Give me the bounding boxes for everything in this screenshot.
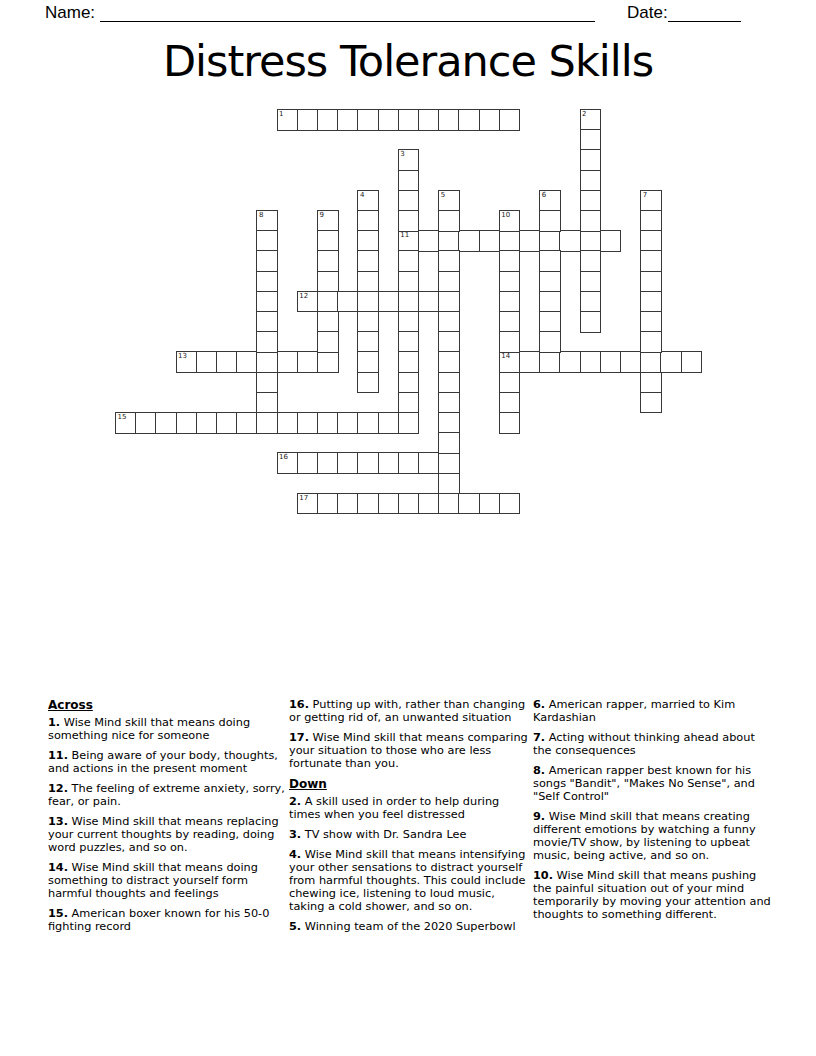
clue-10-down: 10. Wise Mind skill that means pushing t… (533, 869, 773, 921)
grid-cell-r0c13[interactable] (378, 109, 400, 131)
grid-cell-r15c4[interactable] (196, 412, 218, 434)
grid-cell-r9c10[interactable] (317, 291, 339, 313)
grid-cell-r4c21[interactable]: 6 (539, 190, 561, 212)
grid-cell-r17c12[interactable] (357, 452, 379, 474)
grid-cell-r1c23[interactable] (580, 129, 602, 151)
clue-number: 17. (289, 731, 309, 744)
grid-cell-r9c12[interactable] (357, 291, 379, 313)
cell-number-10: 10 (501, 211, 510, 219)
grid-cell-r10c7[interactable] (256, 311, 278, 333)
cell-number-14: 14 (501, 352, 510, 360)
grid-cell-r6c18[interactable] (479, 230, 501, 252)
grid-cell-r6c26[interactable] (640, 230, 662, 252)
clue-12-across: 12. The feeling of extreme anxiety, sorr… (48, 782, 288, 808)
grid-cell-r12c10[interactable] (317, 351, 339, 373)
grid-cell-r15c11[interactable] (337, 412, 359, 434)
clue-8-down: 8. American rapper best known for his so… (533, 764, 773, 803)
clue-number: 5. (289, 920, 301, 933)
grid-cell-r8c26[interactable] (640, 271, 662, 293)
clue-4-down: 4. Wise Mind skill that means intensifyi… (289, 848, 529, 913)
grid-cell-r0c16[interactable] (438, 109, 460, 131)
grid-cell-r17c10[interactable] (317, 452, 339, 474)
grid-cell-r7c12[interactable] (357, 250, 379, 272)
grid-cell-r4c26[interactable]: 7 (640, 190, 662, 212)
clue-number: 2. (289, 795, 301, 808)
grid-cell-r9c16[interactable] (438, 291, 460, 313)
cell-number-16: 16 (279, 453, 288, 461)
clue-3-down: 3. TV show with Dr. Sandra Lee (289, 828, 529, 841)
grid-cell-r9c13[interactable] (378, 291, 400, 313)
grid-cell-r11c7[interactable] (256, 331, 278, 353)
grid-cell-r0c17[interactable] (458, 109, 480, 131)
grid-cell-r11c16[interactable] (438, 331, 460, 353)
grid-cell-r7c14[interactable] (398, 250, 420, 272)
grid-cell-r0c11[interactable] (337, 109, 359, 131)
clue-number: 13. (48, 815, 68, 828)
clue-number: 15. (48, 907, 68, 920)
grid-cell-r10c16[interactable] (438, 311, 460, 333)
clue-number: 11. (48, 749, 68, 762)
grid-cell-r15c14[interactable] (398, 412, 420, 434)
clue-number: 16. (289, 698, 309, 711)
worksheet-page: Name: Date: Distress Tolerance Skills 11… (0, 0, 816, 1056)
grid-cell-r9c14[interactable] (398, 291, 420, 313)
grid-cell-r12c4[interactable] (196, 351, 218, 373)
cell-number-12: 12 (299, 292, 308, 300)
grid-cell-r15c5[interactable] (216, 412, 238, 434)
name-blank-line[interactable] (100, 2, 595, 22)
grid-cell-r9c26[interactable] (640, 291, 662, 313)
clue-15-across: 15. American boxer known for his 50-0 fi… (48, 907, 288, 933)
grid-cell-r19c14[interactable] (398, 493, 420, 515)
clue-number: 10. (533, 869, 553, 882)
grid-cell-r12c21[interactable] (539, 351, 561, 373)
grid-cell-r15c7[interactable] (256, 412, 278, 434)
grid-cell-r13c19[interactable] (499, 372, 521, 394)
grid-cell-r2c23[interactable] (580, 149, 602, 171)
grid-cell-r12c3[interactable]: 13 (176, 351, 198, 373)
grid-cell-r6c23[interactable] (580, 230, 602, 252)
grid-cell-r10c19[interactable] (499, 311, 521, 333)
grid-cell-r9c7[interactable] (256, 291, 278, 313)
grid-cell-r8c19[interactable] (499, 271, 521, 293)
grid-cell-r7c26[interactable] (640, 250, 662, 272)
clue-column: 16. Putting up with, rather than changin… (289, 698, 529, 940)
grid-cell-r7c7[interactable] (256, 250, 278, 272)
grid-cell-r12c9[interactable] (297, 351, 319, 373)
grid-cell-r13c7[interactable] (256, 372, 278, 394)
grid-cell-r10c26[interactable] (640, 311, 662, 333)
cell-number-1: 1 (279, 110, 283, 118)
grid-cell-r14c7[interactable] (256, 392, 278, 414)
grid-cell-r12c12[interactable] (357, 351, 379, 373)
cell-number-5: 5 (441, 191, 445, 199)
grid-cell-r8c16[interactable] (438, 271, 460, 293)
grid-cell-r12c5[interactable] (216, 351, 238, 373)
clue-16-across: 16. Putting up with, rather than changin… (289, 698, 529, 724)
grid-cell-r11c19[interactable] (499, 331, 521, 353)
grid-cell-r4c23[interactable] (580, 190, 602, 212)
clue-11-across: 11. Being aware of your body, thoughts, … (48, 749, 288, 775)
grid-cell-r11c21[interactable] (539, 331, 561, 353)
grid-cell-r19c19[interactable] (499, 493, 521, 515)
grid-cell-r11c10[interactable] (317, 331, 339, 353)
cell-number-13: 13 (178, 352, 187, 360)
grid-cell-r12c27[interactable] (660, 351, 682, 373)
grid-cell-r13c26[interactable] (640, 372, 662, 394)
grid-cell-r5c14[interactable] (398, 210, 420, 232)
grid-cell-r17c8[interactable]: 16 (277, 452, 299, 474)
cell-number-6: 6 (542, 191, 546, 199)
grid-cell-r17c9[interactable] (297, 452, 319, 474)
grid-cell-r14c14[interactable] (398, 392, 420, 414)
clue-17-across: 17. Wise Mind skill that means comparing… (289, 731, 529, 770)
grid-cell-r0c14[interactable] (398, 109, 420, 131)
grid-cell-r12c14[interactable] (398, 351, 420, 373)
grid-cell-r15c6[interactable] (236, 412, 258, 434)
clue-number: 14. (48, 861, 68, 874)
grid-cell-r15c19[interactable] (499, 412, 521, 434)
grid-cell-r6c17[interactable] (458, 230, 480, 252)
grid-cell-r19c9[interactable]: 17 (297, 493, 319, 515)
grid-cell-r6c16[interactable] (438, 230, 460, 252)
grid-cell-r17c13[interactable] (378, 452, 400, 474)
grid-cell-r15c3[interactable] (176, 412, 198, 434)
grid-cell-r0c19[interactable] (499, 109, 521, 131)
grid-cell-r5c26[interactable] (640, 210, 662, 232)
page-title: Distress Tolerance Skills (0, 36, 816, 86)
grid-cell-r11c12[interactable] (357, 331, 379, 353)
grid-cell-r7c23[interactable] (580, 250, 602, 272)
clue-list-header-across: Across (48, 698, 288, 712)
grid-cell-r5c16[interactable] (438, 210, 460, 232)
grid-cell-r9c9[interactable]: 12 (297, 291, 319, 313)
clue-number: 6. (533, 698, 545, 711)
grid-cell-r15c10[interactable] (317, 412, 339, 434)
grid-cell-r15c1[interactable] (135, 412, 157, 434)
grid-cell-r13c12[interactable] (357, 372, 379, 394)
grid-cell-r10c14[interactable] (398, 311, 420, 333)
grid-cell-r3c23[interactable] (580, 170, 602, 192)
clue-number: 7. (533, 731, 545, 744)
clue-5-down: 5. Winning team of the 2020 Superbowl (289, 920, 529, 933)
grid-cell-r12c19[interactable]: 14 (499, 351, 521, 373)
crossword-grid: 1111213141516172345678910 (115, 109, 703, 515)
grid-cell-r6c22[interactable] (559, 230, 581, 252)
grid-cell-r16c16[interactable] (438, 432, 460, 454)
grid-cell-r0c8[interactable]: 1 (277, 109, 299, 131)
grid-cell-r6c10[interactable] (317, 230, 339, 252)
grid-cell-r12c16[interactable] (438, 351, 460, 373)
grid-cell-r19c13[interactable] (378, 493, 400, 515)
grid-cell-r10c21[interactable] (539, 311, 561, 333)
grid-cell-r7c21[interactable] (539, 250, 561, 272)
grid-cell-r8c12[interactable] (357, 271, 379, 293)
grid-cell-r8c7[interactable] (256, 271, 278, 293)
cell-number-4: 4 (360, 191, 364, 199)
grid-cell-r12c23[interactable] (580, 351, 602, 373)
clue-list: Across1. Wise Mind skill that means doin… (0, 698, 816, 1028)
grid-cell-r0c12[interactable] (357, 109, 379, 131)
grid-cell-r8c21[interactable] (539, 271, 561, 293)
grid-cell-r10c10[interactable] (317, 311, 339, 333)
grid-cell-r7c16[interactable] (438, 250, 460, 272)
grid-cell-r4c16[interactable]: 5 (438, 190, 460, 212)
grid-cell-r12c28[interactable] (681, 351, 703, 373)
grid-cell-r19c16[interactable] (438, 493, 460, 515)
grid-cell-r6c7[interactable] (256, 230, 278, 252)
clue-column: Across1. Wise Mind skill that means doin… (48, 698, 288, 940)
grid-cell-r6c14[interactable]: 11 (398, 230, 420, 252)
grid-cell-r8c14[interactable] (398, 271, 420, 293)
grid-cell-r0c15[interactable] (418, 109, 440, 131)
grid-cell-r15c16[interactable] (438, 412, 460, 434)
grid-cell-r15c2[interactable] (155, 412, 177, 434)
grid-cell-r15c9[interactable] (297, 412, 319, 434)
clue-column: 6. American rapper, married to Kim Karda… (533, 698, 773, 928)
grid-cell-r8c23[interactable] (580, 271, 602, 293)
grid-cell-r5c23[interactable] (580, 210, 602, 232)
grid-cell-r7c19[interactable] (499, 250, 521, 272)
grid-cell-r7c10[interactable] (317, 250, 339, 272)
clue-number: 1. (48, 716, 60, 729)
date-label: Date: (627, 3, 668, 23)
clue-9-down: 9. Wise Mind skill that means creating d… (533, 810, 773, 862)
grid-cell-r12c8[interactable] (277, 351, 299, 373)
grid-cell-r12c20[interactable] (519, 351, 541, 373)
grid-cell-r17c15[interactable] (418, 452, 440, 474)
grid-cell-r19c10[interactable] (317, 493, 339, 515)
grid-cell-r14c19[interactable] (499, 392, 521, 414)
clue-6-down: 6. American rapper, married to Kim Karda… (533, 698, 773, 724)
grid-cell-r0c18[interactable] (479, 109, 501, 131)
grid-cell-r17c14[interactable] (398, 452, 420, 474)
grid-cell-r13c16[interactable] (438, 372, 460, 394)
clue-14-across: 14. Wise Mind skill that means doing som… (48, 861, 288, 900)
clue-number: 4. (289, 848, 301, 861)
grid-cell-r12c7[interactable] (256, 351, 278, 373)
grid-cell-r9c21[interactable] (539, 291, 561, 313)
grid-cell-r0c10[interactable] (317, 109, 339, 131)
grid-cell-r19c11[interactable] (337, 493, 359, 515)
clue-number: 9. (533, 810, 545, 823)
cell-number-3: 3 (400, 150, 404, 158)
grid-cell-r12c24[interactable] (600, 351, 622, 373)
name-label: Name: (45, 3, 95, 23)
clue-7-down: 7. Acting without thinking ahead about t… (533, 731, 773, 757)
grid-cell-r2c14[interactable]: 3 (398, 149, 420, 171)
grid-cell-r5c12[interactable] (357, 210, 379, 232)
grid-cell-r19c12[interactable] (357, 493, 379, 515)
grid-cell-r17c16[interactable] (438, 452, 460, 474)
grid-cell-r3c14[interactable] (398, 170, 420, 192)
grid-cell-r12c6[interactable] (236, 351, 258, 373)
cell-number-11: 11 (400, 231, 409, 239)
grid-cell-r0c23[interactable]: 2 (580, 109, 602, 131)
grid-cell-r6c20[interactable] (519, 230, 541, 252)
grid-cell-r9c19[interactable] (499, 291, 521, 313)
clue-number: 8. (533, 764, 545, 777)
grid-cell-r15c13[interactable] (378, 412, 400, 434)
grid-cell-r6c19[interactable] (499, 230, 521, 252)
grid-cell-r15c8[interactable] (277, 412, 299, 434)
cell-number-8: 8 (259, 211, 263, 219)
clue-number: 3. (289, 828, 301, 841)
grid-cell-r5c10[interactable]: 9 (317, 210, 339, 232)
grid-cell-r4c12[interactable]: 4 (357, 190, 379, 212)
grid-cell-r5c21[interactable] (539, 210, 561, 232)
clue-13-across: 13. Wise Mind skill that means replacing… (48, 815, 288, 854)
grid-cell-r6c12[interactable] (357, 230, 379, 252)
grid-cell-r18c16[interactable] (438, 473, 460, 495)
cell-number-7: 7 (643, 191, 647, 199)
grid-cell-r19c17[interactable] (458, 493, 480, 515)
cell-number-15: 15 (118, 413, 127, 421)
grid-cell-r19c15[interactable] (418, 493, 440, 515)
grid-cell-r12c22[interactable] (559, 351, 581, 373)
grid-cell-r6c21[interactable] (539, 230, 561, 252)
cell-number-17: 17 (299, 494, 308, 502)
grid-cell-r0c9[interactable] (297, 109, 319, 131)
grid-cell-r12c26[interactable] (640, 351, 662, 373)
grid-cell-r10c12[interactable] (357, 311, 379, 333)
grid-cell-r9c11[interactable] (337, 291, 359, 313)
grid-cell-r6c24[interactable] (600, 230, 622, 252)
grid-cell-r11c26[interactable] (640, 331, 662, 353)
grid-cell-r12c25[interactable] (620, 351, 642, 373)
cell-number-9: 9 (320, 211, 324, 219)
cell-number-2: 2 (582, 110, 586, 118)
grid-cell-r13c14[interactable] (398, 372, 420, 394)
clue-number: 12. (48, 782, 68, 795)
grid-cell-r17c11[interactable] (337, 452, 359, 474)
grid-cell-r10c23[interactable] (580, 311, 602, 333)
clue-2-down: 2. A skill used in order to help during … (289, 795, 529, 821)
grid-cell-r15c0[interactable]: 15 (115, 412, 137, 434)
grid-cell-r11c14[interactable] (398, 331, 420, 353)
grid-cell-r9c23[interactable] (580, 291, 602, 313)
clue-1-across: 1. Wise Mind skill that means doing some… (48, 716, 288, 742)
grid-cell-r15c12[interactable] (357, 412, 379, 434)
grid-cell-r6c15[interactable] (418, 230, 440, 252)
grid-cell-r8c10[interactable] (317, 271, 339, 293)
grid-cell-r14c16[interactable] (438, 392, 460, 414)
grid-cell-r19c18[interactable] (479, 493, 501, 515)
grid-cell-r5c7[interactable]: 8 (256, 210, 278, 232)
grid-cell-r14c26[interactable] (640, 392, 662, 414)
grid-cell-r4c14[interactable] (398, 190, 420, 212)
clue-list-header-down: Down (289, 777, 529, 791)
grid-cell-r9c15[interactable] (418, 291, 440, 313)
date-blank-line[interactable] (668, 2, 741, 22)
grid-cell-r5c19[interactable]: 10 (499, 210, 521, 232)
